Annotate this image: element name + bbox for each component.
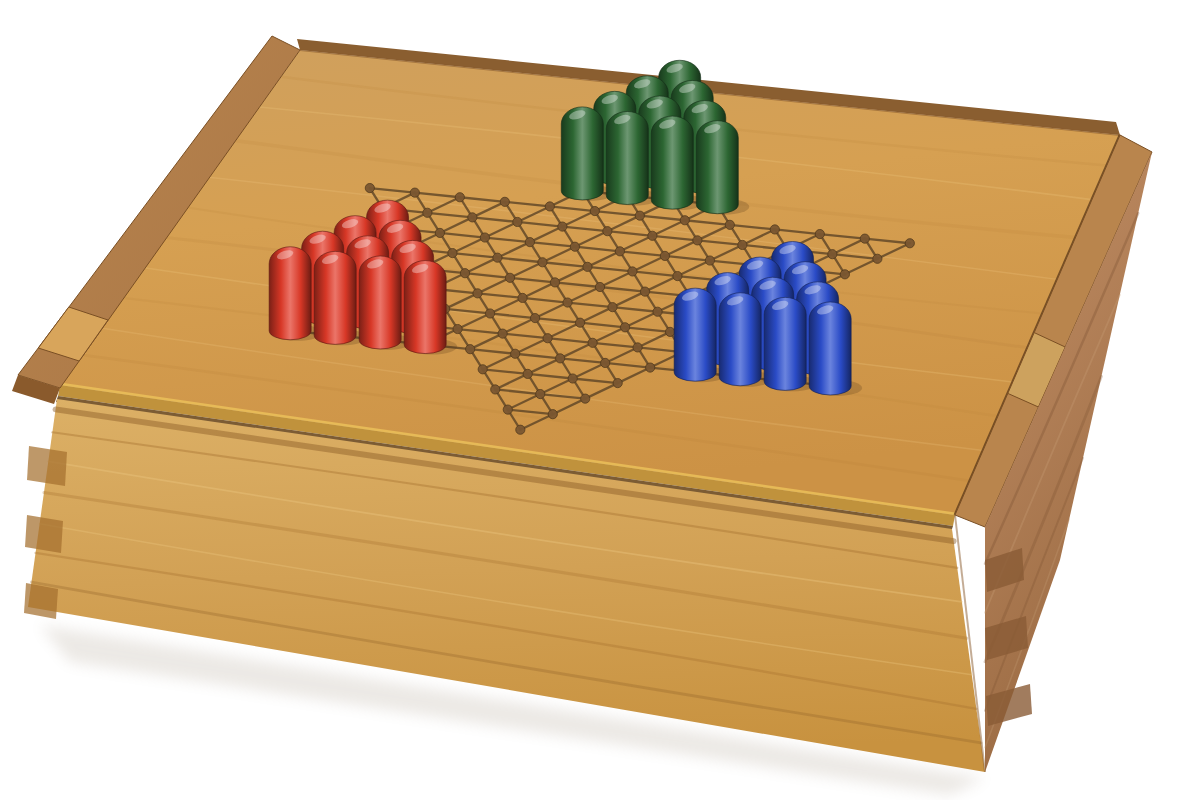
- scene: [0, 0, 1200, 800]
- chinese-checkers-box-photo: [0, 0, 1200, 800]
